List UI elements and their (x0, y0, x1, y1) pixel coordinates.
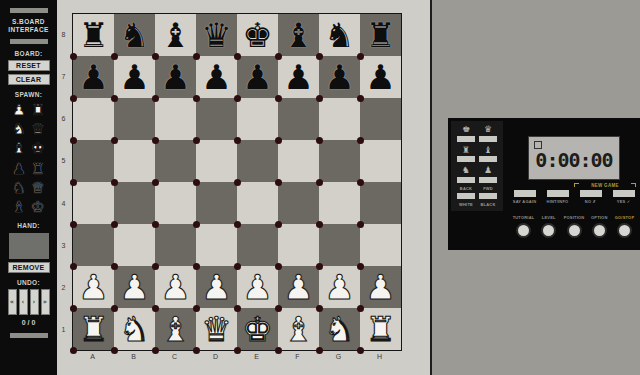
square-h6[interactable] (360, 98, 401, 140)
rank-label: 3 (57, 224, 70, 266)
black-pawn: ♟ (73, 56, 114, 98)
white-label: WHITE (455, 202, 477, 208)
black-rook: ♜ (73, 14, 114, 56)
black-pawn: ♟ (237, 56, 278, 98)
rank-label: 5 (57, 140, 70, 182)
sensor-dot-icon (234, 95, 241, 102)
sensor-dot-icon (193, 179, 200, 186)
file-label: G (318, 353, 359, 360)
square-h5[interactable] (360, 140, 401, 182)
sensor-dot-icon (234, 53, 241, 60)
sensor-dot-icon (193, 137, 200, 144)
sensor-dot-icon (316, 95, 323, 102)
black-pawn: ♟ (155, 56, 196, 98)
right-area: ♚♛♜♝♞♟BACKFWDWHITEBLACK 0:00:00 NEW GAME… (430, 0, 640, 375)
sensor-dot-icon (152, 137, 159, 144)
square-c7[interactable]: ♟ (155, 56, 196, 98)
clear-button[interactable]: CLEAR (8, 74, 50, 85)
square-f8[interactable]: ♝ (278, 14, 319, 56)
white-pawn: ♟ (155, 266, 196, 308)
level-key[interactable] (541, 223, 556, 238)
sensor-dot-icon (357, 347, 364, 354)
black-king: ♚ (237, 14, 278, 56)
divider-bar (10, 39, 48, 44)
white-pawn: ♟ (73, 266, 114, 308)
square-d4[interactable] (196, 182, 237, 224)
rank-label: 6 (57, 98, 70, 140)
sensor-dot-icon (111, 221, 118, 228)
bishop-key-icon: ♝ (477, 145, 499, 155)
square-h7[interactable]: ♟ (360, 56, 401, 98)
sensor-dot-icon (152, 221, 159, 228)
king-key-icon: ♚ (455, 124, 477, 134)
white-bishop: ♝ (278, 308, 319, 350)
king-key[interactable] (457, 136, 475, 142)
hint-info-key[interactable] (547, 190, 569, 197)
white-pawn: ♟ (196, 266, 237, 308)
black-bishop: ♝ (278, 14, 319, 56)
square-g8[interactable]: ♞ (319, 14, 360, 56)
sensor-dot-icon (234, 305, 241, 312)
square-e4[interactable] (237, 182, 278, 224)
square-d2[interactable]: ♟ (196, 266, 237, 308)
sensor-dot-icon (275, 347, 282, 354)
tutorial-key[interactable] (516, 223, 531, 238)
sensor-dot-icon (275, 305, 282, 312)
black-pawn: ♟ (360, 56, 401, 98)
file-label: C (154, 353, 195, 360)
yes-key[interactable] (613, 190, 635, 197)
white-rook: ♜ (360, 308, 401, 350)
square-c6[interactable] (155, 98, 196, 140)
knight-key-icon: ♞ (455, 165, 477, 175)
undo-counter: 0 / 0 (22, 319, 36, 326)
sensor-dot-icon (152, 263, 159, 270)
tutorial-group: TUTORIAL (512, 215, 535, 238)
white-pawn: ♟ (319, 266, 360, 308)
no-key-group: NO ✗ (576, 190, 605, 204)
square-d5[interactable] (196, 140, 237, 182)
sensor-dot-icon (111, 95, 118, 102)
white-queen: ♛ (196, 308, 237, 350)
yes-key-label: YES ✓ (617, 199, 630, 204)
chess-computer-panel: ♚♛♜♝♞♟BACKFWDWHITEBLACK 0:00:00 NEW GAME… (448, 118, 640, 250)
spawn-palette-black: ♟♜♞♛♝♚ (11, 161, 47, 216)
sensor-dot-icon (152, 305, 159, 312)
square-e3[interactable] (237, 224, 278, 266)
spawn-black-rook[interactable]: ♜ (30, 161, 47, 178)
sensor-dot-icon (316, 263, 323, 270)
sensor-dot-icon (234, 347, 241, 354)
square-c1[interactable]: ♝ (155, 308, 196, 350)
file-label: B (113, 353, 154, 360)
square-f7[interactable]: ♟ (278, 56, 319, 98)
sensor-dot-icon (70, 53, 77, 60)
pawn-key-icon: ♟ (477, 165, 499, 175)
spawn-white-queen[interactable]: ♛ (30, 121, 47, 138)
rank-label: 8 (57, 13, 70, 55)
sensor-dot-icon (316, 137, 323, 144)
black-knight: ♞ (319, 14, 360, 56)
file-label: H (359, 353, 400, 360)
sensor-dot-icon (316, 53, 323, 60)
new-game-label: NEW GAME (574, 182, 636, 188)
knight-key[interactable] (457, 177, 475, 183)
square-b5[interactable] (114, 140, 155, 182)
queen-key[interactable] (479, 136, 497, 142)
sensor-dot-icon (152, 179, 159, 186)
sensor-dot-icon (357, 137, 364, 144)
square-c3[interactable] (155, 224, 196, 266)
spawn-black-pawn[interactable]: ♟ (11, 161, 28, 178)
rank-label: 7 (57, 55, 70, 97)
go-stop-key[interactable] (617, 223, 632, 238)
rook-key[interactable] (457, 156, 475, 162)
square-e8[interactable]: ♚ (237, 14, 278, 56)
screen: S.BOARD INTERFACE BOARD: RESET CLEAR SPA… (0, 0, 640, 375)
square-d1[interactable]: ♛ (196, 308, 237, 350)
sensor-dot-icon (193, 263, 200, 270)
spawn-black-knight[interactable]: ♞ (11, 180, 28, 197)
yes-key-group: YES ✓ (609, 190, 638, 204)
square-h1[interactable]: ♜ (360, 308, 401, 350)
spawn-white-king[interactable]: ♚ (30, 140, 47, 157)
knight-icon: ♞ (12, 121, 25, 138)
black-knight: ♞ (114, 14, 155, 56)
square-g2[interactable]: ♟ (319, 266, 360, 308)
new-game-text: NEW GAME (591, 183, 619, 188)
lcd-display: 0:00:00 (528, 136, 620, 180)
black-bishop: ♝ (155, 14, 196, 56)
function-key-row: SAY AGAINHINT/INFONO ✗YES ✓ (510, 190, 638, 204)
go-stop-group: GO/STOP (613, 215, 636, 238)
reset-button[interactable]: RESET (8, 60, 50, 71)
white-pawn: ♟ (278, 266, 319, 308)
square-a8[interactable]: ♜ (73, 14, 114, 56)
king-icon: ♚ (31, 140, 44, 157)
rook-icon: ♜ (31, 102, 44, 119)
square-a5[interactable] (73, 140, 114, 182)
square-e2[interactable]: ♟ (237, 266, 278, 308)
square-e1[interactable]: ♚ (237, 308, 278, 350)
say-again-key-label: SAY AGAIN (513, 199, 536, 204)
chess-board: ♜♞♝♛♚♝♞♜♟♟♟♟♟♟♟♟♟♟♟♟♟♟♟♟♜♞♝♛♚♝♞♜ (72, 13, 402, 351)
white-pawn: ♟ (237, 266, 278, 308)
sensor-dot-icon (70, 347, 77, 354)
square-f4[interactable] (278, 182, 319, 224)
knight-icon: ♞ (12, 180, 25, 197)
queen-icon: ♛ (31, 180, 44, 197)
bishop-icon: ♝ (12, 199, 25, 216)
file-label: A (72, 353, 113, 360)
undo-first-button[interactable]: « (8, 289, 17, 315)
sensor-dot-icon (275, 95, 282, 102)
spawn-section-label: SPAWN: (15, 91, 42, 98)
sensor-dot-icon (193, 95, 200, 102)
sensor-dot-icon (234, 263, 241, 270)
position-group: POSITION (563, 215, 586, 238)
square-f2[interactable]: ♟ (278, 266, 319, 308)
square-h2[interactable]: ♟ (360, 266, 401, 308)
option-group: OPTION (588, 215, 611, 238)
square-d7[interactable]: ♟ (196, 56, 237, 98)
option-key[interactable] (592, 223, 607, 238)
sensor-dot-icon (234, 137, 241, 144)
sidebar: S.BOARD INTERFACE BOARD: RESET CLEAR SPA… (0, 0, 57, 375)
undo-forward-button[interactable]: › (30, 289, 39, 315)
spawn-white-pawn[interactable]: ♟ (11, 102, 28, 119)
white-knight: ♞ (114, 308, 155, 350)
undo-section-label: UNDO: (17, 279, 40, 286)
sensor-dot-icon (70, 305, 77, 312)
round-key-row: TUTORIALLEVELPOSITIONOPTIONGO/STOP (512, 215, 636, 238)
sensor-dot-icon (193, 305, 200, 312)
square-a2[interactable]: ♟ (73, 266, 114, 308)
square-g5[interactable] (319, 140, 360, 182)
black-pawn: ♟ (114, 56, 155, 98)
back-label: BACK (455, 186, 477, 192)
sensor-dot-icon (152, 95, 159, 102)
no-key-label: NO ✗ (585, 199, 596, 204)
square-b7[interactable]: ♟ (114, 56, 155, 98)
hand-section-label: HAND: (17, 222, 39, 229)
square-g4[interactable] (319, 182, 360, 224)
sensor-dot-icon (70, 137, 77, 144)
black-pawn: ♟ (196, 56, 237, 98)
undo-back-button[interactable]: ‹ (19, 289, 28, 315)
white-knight: ♞ (319, 308, 360, 350)
square-b4[interactable] (114, 182, 155, 224)
sensor-dot-icon (70, 95, 77, 102)
sensor-dot-icon (70, 221, 77, 228)
sensor-dot-icon (152, 53, 159, 60)
sensor-dot-icon (357, 179, 364, 186)
square-b6[interactable] (114, 98, 155, 140)
say-again-key-group: SAY AGAIN (510, 190, 539, 204)
square-c4[interactable] (155, 182, 196, 224)
sensor-dot-icon (316, 221, 323, 228)
square-f5[interactable] (278, 140, 319, 182)
rank-labels: 87654321 (57, 13, 70, 351)
rank-label: 2 (57, 267, 70, 309)
spawn-palette-white: ♟♜♞♛♝♚ (11, 102, 47, 157)
pawn-icon: ♟ (12, 102, 25, 119)
square-a1[interactable]: ♜ (73, 308, 114, 350)
pawn-icon: ♟ (12, 161, 25, 178)
square-g6[interactable] (319, 98, 360, 140)
black-pawn: ♟ (278, 56, 319, 98)
bracket-right-icon (631, 183, 636, 187)
square-c8[interactable]: ♝ (155, 14, 196, 56)
sensor-dot-icon (111, 263, 118, 270)
spawn-white-rook[interactable]: ♜ (30, 102, 47, 119)
tutorial-label: TUTORIAL (513, 215, 535, 220)
back-white-key[interactable] (457, 193, 475, 199)
spawn-white-bishop[interactable]: ♝ (11, 140, 28, 157)
rook-key-icon: ♜ (455, 145, 477, 155)
sensor-dot-icon (152, 347, 159, 354)
white-bishop: ♝ (155, 308, 196, 350)
sensor-dot-icon (234, 179, 241, 186)
white-king: ♚ (237, 308, 278, 350)
divider-bar-bottom (10, 333, 48, 338)
queen-key-icon: ♛ (477, 124, 499, 134)
square-e7[interactable]: ♟ (237, 56, 278, 98)
bishop-key[interactable] (479, 156, 497, 162)
file-labels: ABCDEFGH (72, 353, 402, 360)
sensor-dot-icon (70, 263, 77, 270)
sensor-dot-icon (275, 221, 282, 228)
app-title: S.BOARD INTERFACE (8, 18, 48, 34)
square-h4[interactable] (360, 182, 401, 224)
undo-controls: «‹›» (8, 289, 50, 315)
sensor-dot-icon (357, 95, 364, 102)
file-label: D (195, 353, 236, 360)
sensor-dot-icon (357, 305, 364, 312)
hint-info-key-group: HINT/INFO (543, 190, 572, 204)
sensor-dot-icon (193, 53, 200, 60)
sensor-dot-icon (193, 347, 200, 354)
hint-info-key-label: HINT/INFO (547, 199, 569, 204)
sensor-dot-icon (316, 347, 323, 354)
square-h8[interactable]: ♜ (360, 14, 401, 56)
white-rook: ♜ (73, 308, 114, 350)
square-h3[interactable] (360, 224, 401, 266)
queen-icon: ♛ (31, 121, 44, 138)
black-queen: ♛ (196, 14, 237, 56)
spawn-black-king[interactable]: ♚ (30, 199, 47, 216)
go-stop-label: GO/STOP (615, 215, 635, 220)
square-d6[interactable] (196, 98, 237, 140)
sensor-dot-icon (70, 179, 77, 186)
say-again-key[interactable] (514, 190, 536, 197)
king-icon: ♚ (31, 199, 44, 216)
sensor-dot-icon (357, 53, 364, 60)
app-title-line2: INTERFACE (8, 26, 48, 34)
level-group: LEVEL (537, 215, 560, 238)
sensor-dot-icon (111, 305, 118, 312)
fwd-label: FWD (477, 186, 499, 192)
file-label: F (277, 353, 318, 360)
square-f6[interactable] (278, 98, 319, 140)
square-f3[interactable] (278, 224, 319, 266)
black-label: BLACK (477, 202, 499, 208)
sensor-dot-icon (111, 179, 118, 186)
square-g1[interactable]: ♞ (319, 308, 360, 350)
square-d3[interactable] (196, 224, 237, 266)
white-pawn: ♟ (360, 266, 401, 308)
hand-display (9, 233, 49, 259)
square-d8[interactable]: ♛ (196, 14, 237, 56)
square-f1[interactable]: ♝ (278, 308, 319, 350)
sensor-dot-icon (111, 347, 118, 354)
board-section-label: BOARD: (15, 50, 43, 57)
square-a3[interactable] (73, 224, 114, 266)
remove-button[interactable]: REMOVE (8, 262, 50, 273)
position-key[interactable] (567, 223, 582, 238)
spawn-black-queen[interactable]: ♛ (30, 180, 47, 197)
square-g3[interactable] (319, 224, 360, 266)
white-pawn: ♟ (114, 266, 155, 308)
spawn-white-knight[interactable]: ♞ (11, 121, 28, 138)
square-b3[interactable] (114, 224, 155, 266)
square-a4[interactable] (73, 182, 114, 224)
sensor-dot-icon (357, 263, 364, 270)
square-e5[interactable] (237, 140, 278, 182)
square-a7[interactable]: ♟ (73, 56, 114, 98)
no-key[interactable] (580, 190, 602, 197)
sensor-dot-icon (316, 305, 323, 312)
square-g7[interactable]: ♟ (319, 56, 360, 98)
square-c5[interactable] (155, 140, 196, 182)
square-b8[interactable]: ♞ (114, 14, 155, 56)
square-b2[interactable]: ♟ (114, 266, 155, 308)
fwd-black-key[interactable] (479, 193, 497, 199)
sensor-dot-icon (275, 137, 282, 144)
square-b1[interactable]: ♞ (114, 308, 155, 350)
position-label: POSITION (564, 215, 585, 220)
bishop-icon: ♝ (12, 140, 25, 157)
clock-value: 0:00:00 (529, 148, 619, 172)
sensor-dot-icon (234, 221, 241, 228)
level-label: LEVEL (542, 215, 556, 220)
sensor-dot-icon (275, 53, 282, 60)
square-e6[interactable] (237, 98, 278, 140)
black-rook: ♜ (360, 14, 401, 56)
sensor-dot-icon (193, 221, 200, 228)
option-label: OPTION (591, 215, 608, 220)
pawn-key[interactable] (479, 177, 497, 183)
divider-bar-top (10, 8, 48, 13)
spawn-black-bishop[interactable]: ♝ (11, 199, 28, 216)
sensor-dot-icon (275, 263, 282, 270)
undo-last-button[interactable]: » (41, 289, 50, 315)
rook-icon: ♜ (31, 161, 44, 178)
bracket-left-icon (574, 183, 579, 187)
file-label: E (236, 353, 277, 360)
rank-label: 1 (57, 309, 70, 351)
black-pawn: ♟ (319, 56, 360, 98)
sensor-dot-icon (111, 137, 118, 144)
sensor-dot-icon (275, 179, 282, 186)
app-title-line1: S.BOARD (8, 18, 48, 26)
sensor-dot-icon (357, 221, 364, 228)
sensor-dot-icon (111, 53, 118, 60)
square-a6[interactable] (73, 98, 114, 140)
square-c2[interactable]: ♟ (155, 266, 196, 308)
piece-button-pad: ♚♛♜♝♞♟BACKFWDWHITEBLACK (451, 121, 503, 211)
sensor-dot-icon (316, 179, 323, 186)
rank-label: 4 (57, 182, 70, 224)
